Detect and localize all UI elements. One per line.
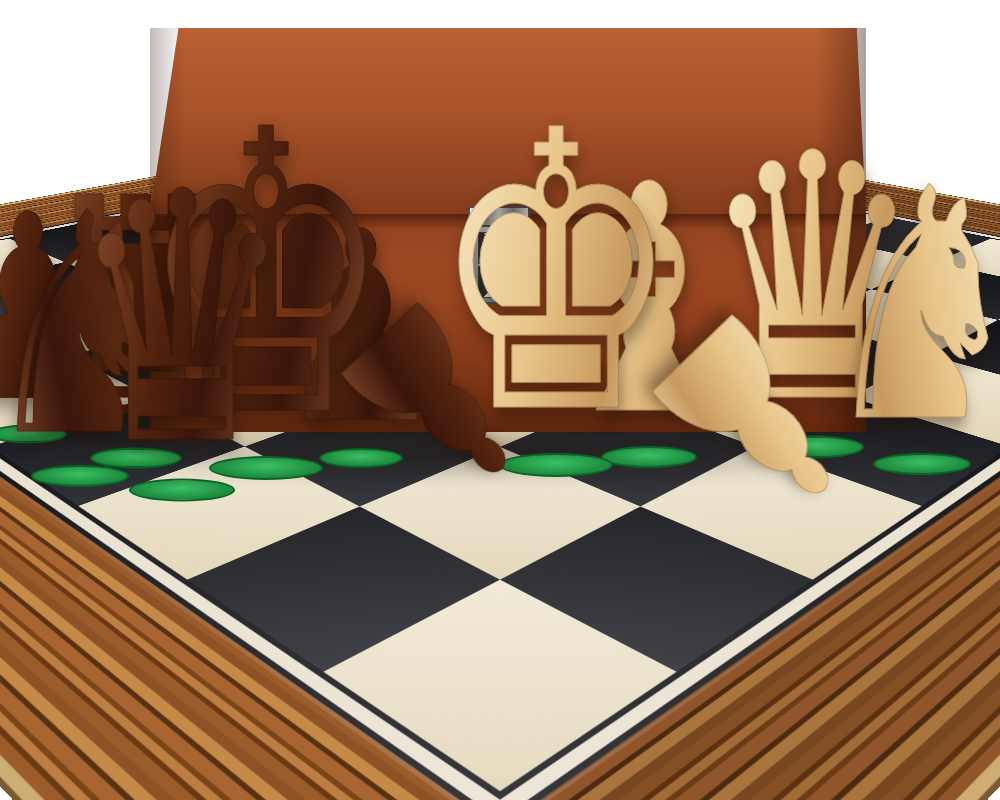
chess-piece-dark-queen: ♛ [71, 147, 294, 492]
chess-set-product-photo: ♟♜♟♚♞♛♛♝♞♚♟♟ [0, 0, 1000, 800]
